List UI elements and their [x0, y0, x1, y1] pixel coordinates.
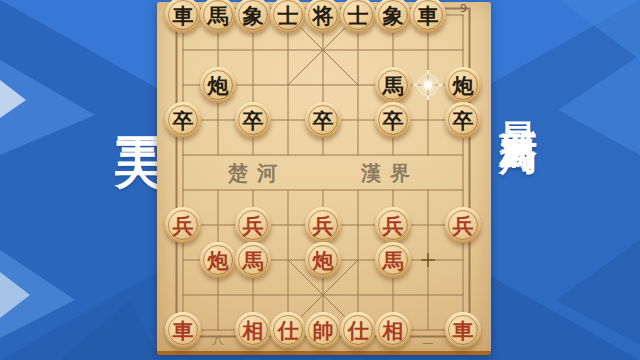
black-piece[interactable]: 卒 [375, 102, 411, 138]
piece-glyph: 車 [173, 5, 194, 26]
piece-glyph: 馬 [383, 250, 404, 271]
piece-glyph: 車 [418, 5, 439, 26]
black-piece[interactable]: 炮 [445, 67, 481, 103]
red-piece[interactable]: 兵 [445, 207, 481, 243]
piece-glyph: 仕 [278, 320, 299, 341]
piece-glyph: 兵 [243, 215, 264, 236]
red-piece[interactable]: 兵 [165, 207, 201, 243]
piece-glyph: 炮 [208, 250, 229, 271]
piece-glyph: 将 [313, 5, 334, 26]
river-label-right: 漢界 [346, 161, 434, 185]
piece-glyph: 馬 [383, 75, 404, 96]
piece-glyph: 相 [383, 320, 404, 341]
piece-glyph: 車 [453, 320, 474, 341]
piece-glyph: 馬 [208, 5, 229, 26]
piece-glyph: 士 [278, 5, 299, 26]
red-piece[interactable]: 車 [445, 312, 481, 348]
piece-glyph: 卒 [173, 110, 194, 131]
last-move-marker [416, 73, 440, 97]
piece-glyph: 卒 [243, 110, 264, 131]
red-piece[interactable]: 兵 [375, 207, 411, 243]
board-grid [157, 2, 491, 355]
red-piece[interactable]: 兵 [305, 207, 341, 243]
piece-glyph: 兵 [173, 215, 194, 236]
file-label-bottom: 二 [419, 333, 437, 348]
red-piece[interactable]: 炮 [305, 242, 341, 278]
piece-glyph: 象 [383, 5, 404, 26]
point-marker [421, 253, 435, 267]
black-piece[interactable]: 馬 [375, 67, 411, 103]
piece-glyph: 馬 [243, 250, 264, 271]
red-piece[interactable]: 炮 [200, 242, 236, 278]
board[interactable]: 楚河 漢界 9 八二 車馬象士将士象車炮馬炮卒卒卒卒卒兵兵兵兵兵炮馬炮馬車相仕帥… [157, 2, 491, 355]
black-piece[interactable]: 卒 [305, 102, 341, 138]
piece-glyph: 士 [348, 5, 369, 26]
piece-glyph: 兵 [383, 215, 404, 236]
red-piece[interactable]: 相 [235, 312, 271, 348]
piece-glyph: 帥 [313, 320, 334, 341]
black-piece[interactable]: 卒 [235, 102, 271, 138]
piece-glyph: 卒 [453, 110, 474, 131]
red-piece[interactable]: 馬 [235, 242, 271, 278]
red-piece[interactable]: 馬 [375, 242, 411, 278]
stage: 王天一 最新对局 楚河 漢界 9 八二 車馬象士将士象車炮馬炮卒卒卒卒卒兵兵兵兵… [0, 0, 640, 360]
red-piece[interactable]: 仕 [340, 312, 376, 348]
red-piece[interactable]: 相 [375, 312, 411, 348]
piece-glyph: 炮 [208, 75, 229, 96]
red-piece[interactable]: 車 [165, 312, 201, 348]
black-piece[interactable]: 炮 [200, 67, 236, 103]
red-piece[interactable]: 仕 [270, 312, 306, 348]
red-piece[interactable]: 兵 [235, 207, 271, 243]
piece-glyph: 炮 [453, 75, 474, 96]
river-label-left: 楚河 [213, 161, 301, 185]
piece-glyph: 卒 [383, 110, 404, 131]
piece-glyph: 車 [173, 320, 194, 341]
file-label-bottom: 八 [209, 333, 227, 348]
red-piece[interactable]: 帥 [305, 312, 341, 348]
piece-glyph: 仕 [348, 320, 369, 341]
piece-glyph: 相 [243, 320, 264, 341]
piece-glyph: 象 [243, 5, 264, 26]
black-piece[interactable]: 卒 [165, 102, 201, 138]
piece-glyph: 炮 [313, 250, 334, 271]
file-label-top: 9 [455, 2, 472, 15]
piece-glyph: 卒 [313, 110, 334, 131]
right-banner-text: 最新对局 [492, 91, 543, 115]
piece-glyph: 兵 [313, 215, 334, 236]
black-piece[interactable]: 卒 [445, 102, 481, 138]
piece-glyph: 兵 [453, 215, 474, 236]
